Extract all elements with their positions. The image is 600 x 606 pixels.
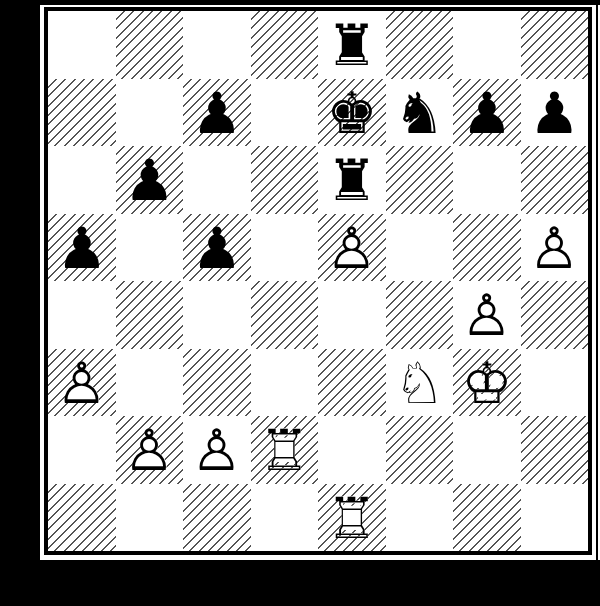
canvas-background: ♜♟♚♞♟♟♟♜♟♟♟♙♟♙♟♙♟♙♞♘♚♔♟♙♟♙♜♖♜♖ (0, 0, 600, 606)
square-c5[interactable]: ♟ (183, 214, 251, 282)
black-pawn-icon: ♟ (48, 215, 116, 283)
square-d6[interactable] (251, 146, 319, 214)
square-e1[interactable]: ♜♖ (318, 484, 386, 552)
square-a5[interactable]: ♟ (48, 214, 116, 282)
black-rook-icon: ♜ (318, 147, 386, 215)
square-c6[interactable] (183, 146, 251, 214)
black-king-icon: ♚ (318, 80, 386, 148)
square-g4[interactable]: ♟♙ (453, 281, 521, 349)
square-c4[interactable] (183, 281, 251, 349)
board-page-margin: ♜♟♚♞♟♟♟♜♟♟♟♙♟♙♟♙♟♙♞♘♚♔♟♙♟♙♜♖♜♖ (40, 5, 600, 560)
white-pawn-icon: ♙ (453, 282, 521, 350)
square-h2[interactable] (521, 416, 589, 484)
square-d4[interactable] (251, 281, 319, 349)
square-f4[interactable] (386, 281, 454, 349)
white-pawn-icon: ♙ (48, 350, 116, 418)
square-h6[interactable] (521, 146, 589, 214)
square-a4[interactable] (48, 281, 116, 349)
square-g1[interactable] (453, 484, 521, 552)
black-pawn-icon: ♟ (453, 80, 521, 148)
black-knight-icon: ♞ (386, 80, 454, 148)
square-g6[interactable] (453, 146, 521, 214)
board-grid: ♜♟♚♞♟♟♟♜♟♟♟♙♟♙♟♙♟♙♞♘♚♔♟♙♟♙♜♖♜♖ (48, 11, 588, 551)
white-pawn-icon-fill: ♟ (116, 417, 184, 485)
white-king-icon: ♔ (453, 350, 521, 418)
black-pawn-icon: ♟ (521, 80, 589, 148)
white-pawn-icon-fill: ♟ (48, 350, 116, 418)
white-pawn-icon: ♙ (116, 417, 184, 485)
white-rook-icon: ♖ (251, 417, 319, 485)
square-c3[interactable] (183, 349, 251, 417)
square-g8[interactable] (453, 11, 521, 79)
square-b3[interactable] (116, 349, 184, 417)
square-h1[interactable] (521, 484, 589, 552)
white-pawn-icon-fill: ♟ (183, 417, 251, 485)
white-pawn-icon-fill: ♟ (521, 215, 589, 283)
square-f3[interactable]: ♞♘ (386, 349, 454, 417)
square-e2[interactable] (318, 416, 386, 484)
square-c2[interactable]: ♟♙ (183, 416, 251, 484)
square-b1[interactable] (116, 484, 184, 552)
white-pawn-icon-fill: ♟ (453, 282, 521, 350)
square-h7[interactable]: ♟ (521, 79, 589, 147)
square-h3[interactable] (521, 349, 589, 417)
square-a8[interactable] (48, 11, 116, 79)
black-pawn-icon: ♟ (116, 147, 184, 215)
square-e5[interactable]: ♟♙ (318, 214, 386, 282)
square-d3[interactable] (251, 349, 319, 417)
white-pawn-icon: ♙ (318, 215, 386, 283)
square-d5[interactable] (251, 214, 319, 282)
square-f7[interactable]: ♞ (386, 79, 454, 147)
white-rook-icon-fill: ♜ (318, 485, 386, 553)
square-f1[interactable] (386, 484, 454, 552)
white-pawn-icon: ♙ (521, 215, 589, 283)
square-c7[interactable]: ♟ (183, 79, 251, 147)
square-b8[interactable] (116, 11, 184, 79)
square-d8[interactable] (251, 11, 319, 79)
square-b4[interactable] (116, 281, 184, 349)
square-d2[interactable]: ♜♖ (251, 416, 319, 484)
chess-board: ♜♟♚♞♟♟♟♜♟♟♟♙♟♙♟♙♟♙♞♘♚♔♟♙♟♙♜♖♜♖ (44, 7, 592, 555)
square-f5[interactable] (386, 214, 454, 282)
white-pawn-icon-fill: ♟ (318, 215, 386, 283)
square-g5[interactable] (453, 214, 521, 282)
square-e6[interactable]: ♜ (318, 146, 386, 214)
square-a2[interactable] (48, 416, 116, 484)
square-c1[interactable] (183, 484, 251, 552)
square-h5[interactable]: ♟♙ (521, 214, 589, 282)
square-a1[interactable] (48, 484, 116, 552)
square-b2[interactable]: ♟♙ (116, 416, 184, 484)
square-b5[interactable] (116, 214, 184, 282)
square-g7[interactable]: ♟ (453, 79, 521, 147)
black-rook-icon: ♜ (318, 12, 386, 80)
square-d7[interactable] (251, 79, 319, 147)
square-d1[interactable] (251, 484, 319, 552)
white-pawn-icon: ♙ (183, 417, 251, 485)
square-a6[interactable] (48, 146, 116, 214)
white-rook-icon: ♖ (318, 485, 386, 553)
square-h4[interactable] (521, 281, 589, 349)
square-f2[interactable] (386, 416, 454, 484)
white-knight-icon-fill: ♞ (386, 350, 454, 418)
square-b6[interactable]: ♟ (116, 146, 184, 214)
white-rook-icon-fill: ♜ (251, 417, 319, 485)
black-pawn-icon: ♟ (183, 80, 251, 148)
page-edge-line (596, 5, 598, 560)
square-e8[interactable]: ♜ (318, 11, 386, 79)
white-king-icon-fill: ♚ (453, 350, 521, 418)
square-b7[interactable] (116, 79, 184, 147)
square-e7[interactable]: ♚ (318, 79, 386, 147)
square-e4[interactable] (318, 281, 386, 349)
square-e3[interactable] (318, 349, 386, 417)
square-g3[interactable]: ♚♔ (453, 349, 521, 417)
square-c8[interactable] (183, 11, 251, 79)
black-pawn-icon: ♟ (183, 215, 251, 283)
square-h8[interactable] (521, 11, 589, 79)
square-a7[interactable] (48, 79, 116, 147)
white-knight-icon: ♘ (386, 350, 454, 418)
square-f6[interactable] (386, 146, 454, 214)
square-f8[interactable] (386, 11, 454, 79)
square-a3[interactable]: ♟♙ (48, 349, 116, 417)
square-g2[interactable] (453, 416, 521, 484)
